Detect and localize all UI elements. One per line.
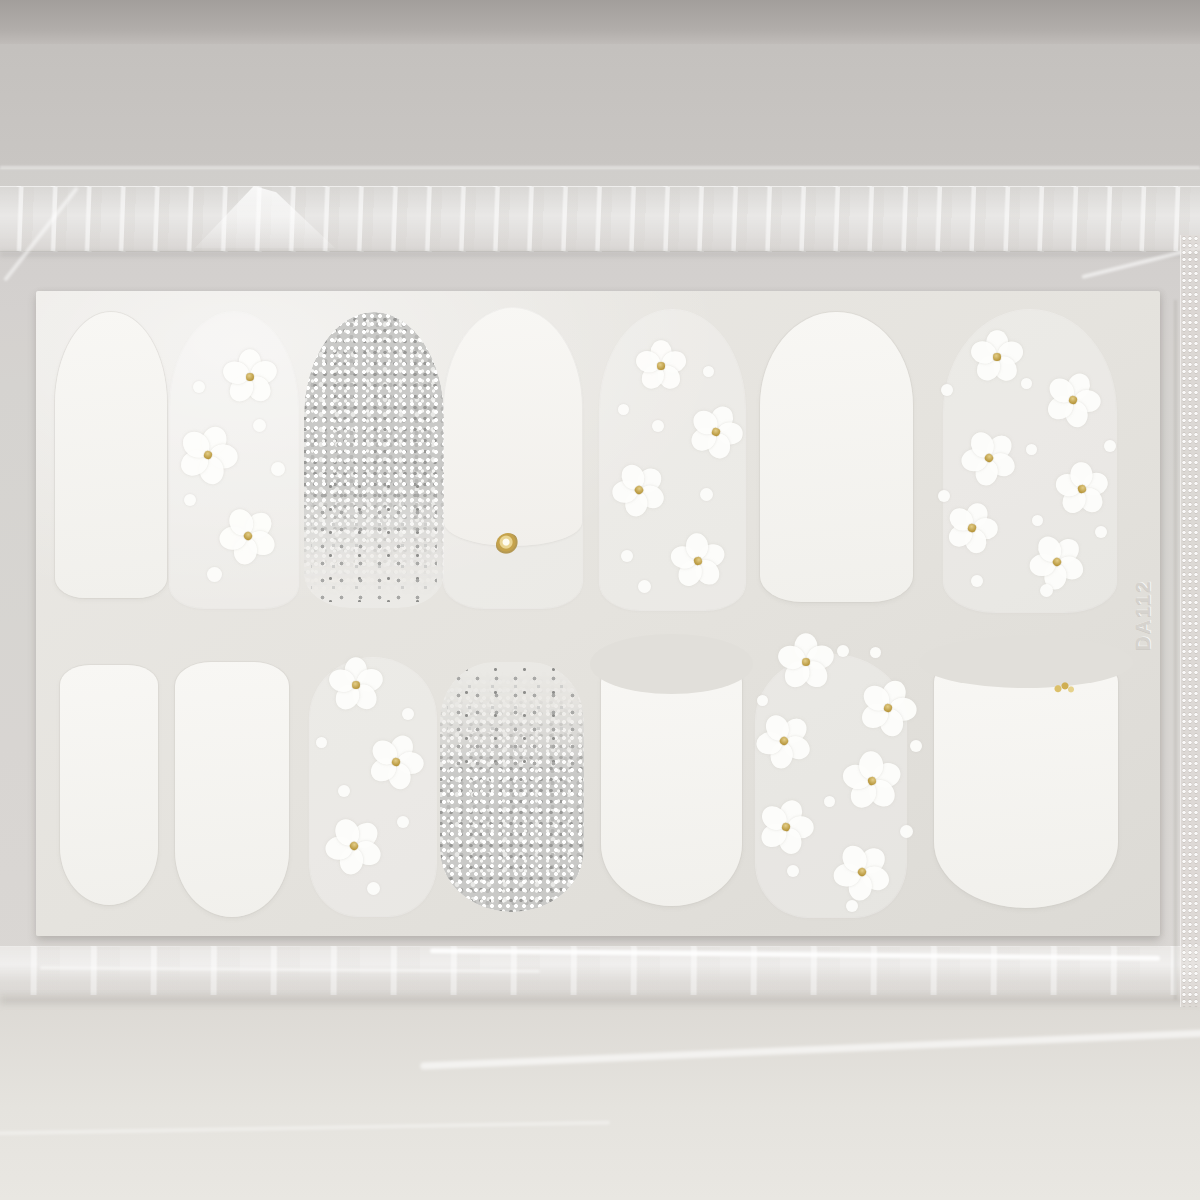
flower-dot — [207, 567, 222, 582]
gold-ring-accent — [496, 533, 520, 557]
flower-dot — [316, 737, 327, 748]
flower-dot — [941, 384, 953, 396]
flower-decal — [222, 349, 278, 405]
flower-dot — [787, 865, 799, 877]
nail-sticker-r2-n4 — [440, 662, 584, 912]
flower-dot — [900, 825, 913, 838]
flower-dot — [846, 900, 858, 912]
flower-dot — [397, 816, 409, 828]
nail-stickers-layer — [0, 0, 1200, 1200]
flower-dot — [824, 796, 835, 807]
nail-sticker-r2-n7 — [934, 662, 1118, 908]
nail-sticker-r2-n5 — [601, 664, 742, 906]
flower-decal — [635, 340, 687, 392]
flower-dot — [703, 366, 714, 377]
flower-dot — [271, 462, 285, 476]
glitter-specks — [311, 484, 437, 602]
flower-dot — [1040, 584, 1053, 597]
nail-sticker-r1-n4 — [444, 308, 582, 608]
flower-dot — [1032, 515, 1043, 526]
smile-carve — [590, 634, 754, 694]
flower-dot — [638, 580, 651, 593]
french-tip-white — [444, 308, 582, 546]
flower-center-gold — [993, 353, 1001, 361]
flower-decal — [777, 633, 835, 691]
flower-dot — [1104, 440, 1116, 452]
flower-dot — [652, 420, 664, 432]
flower-decal — [970, 330, 1024, 384]
flower-dot — [1026, 444, 1037, 455]
flower-dot — [338, 785, 350, 797]
flower-decal — [328, 657, 384, 713]
smile-carve — [919, 636, 1132, 688]
flower-dot — [837, 645, 849, 657]
flower-dot — [870, 647, 881, 658]
flower-dot — [367, 882, 380, 895]
photo-nail-sticker-package: DA112 — [0, 0, 1200, 1200]
flower-dot — [971, 575, 983, 587]
flower-dot — [910, 740, 922, 752]
flower-center-gold — [352, 681, 360, 689]
nail-sticker-r1-n3 — [304, 312, 444, 608]
flower-dot — [621, 550, 633, 562]
flower-center-gold — [657, 362, 664, 369]
flower-dot — [618, 404, 629, 415]
nail-sticker-r1-n6 — [760, 312, 913, 602]
flower-dot — [1021, 378, 1032, 389]
glitter-specks — [447, 667, 577, 767]
nail-sticker-r1-n1 — [55, 312, 167, 598]
flower-dot — [253, 419, 266, 432]
flower-dot — [193, 381, 205, 393]
flower-dot — [757, 695, 768, 706]
flower-dot — [700, 488, 713, 501]
gold-stone-accent — [1054, 681, 1074, 695]
flower-dot — [1095, 526, 1107, 538]
nail-sticker-r2-n1 — [60, 665, 158, 905]
flower-dot — [402, 708, 414, 720]
flower-dot — [938, 490, 950, 502]
flower-center-gold — [246, 373, 254, 381]
flower-dot — [184, 494, 196, 506]
nail-sticker-r2-n2 — [175, 662, 289, 917]
